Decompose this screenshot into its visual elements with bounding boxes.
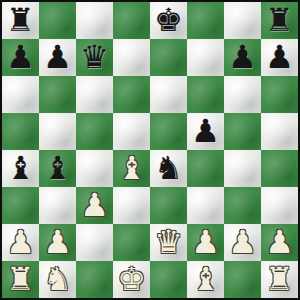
square-c7[interactable]: ♛ xyxy=(76,39,113,76)
square-e1[interactable] xyxy=(150,261,187,298)
square-d4[interactable]: ♝ xyxy=(113,150,150,187)
square-f2[interactable]: ♟ xyxy=(187,224,224,261)
square-h4[interactable] xyxy=(261,150,298,187)
black-rook[interactable]: ♜ xyxy=(265,4,294,36)
black-bishop[interactable]: ♝ xyxy=(6,152,35,184)
square-b4[interactable]: ♝ xyxy=(39,150,76,187)
square-c8[interactable] xyxy=(76,2,113,39)
black-bishop[interactable]: ♝ xyxy=(43,152,72,184)
square-h6[interactable] xyxy=(261,76,298,113)
square-a5[interactable] xyxy=(2,113,39,150)
square-d2[interactable] xyxy=(113,224,150,261)
black-queen[interactable]: ♛ xyxy=(80,41,109,73)
chess-board: ♜♚♜♟♟♛♟♟♟♝♝♝♞♟♟♟♛♟♟♟♜♞♚♝♜ xyxy=(0,0,300,300)
square-c1[interactable] xyxy=(76,261,113,298)
square-g5[interactable] xyxy=(224,113,261,150)
square-b6[interactable] xyxy=(39,76,76,113)
square-h5[interactable] xyxy=(261,113,298,150)
white-pawn[interactable]: ♟ xyxy=(228,226,257,258)
square-b1[interactable]: ♞ xyxy=(39,261,76,298)
black-pawn[interactable]: ♟ xyxy=(265,41,294,73)
white-bishop[interactable]: ♝ xyxy=(191,263,220,295)
square-g4[interactable] xyxy=(224,150,261,187)
square-f5[interactable]: ♟ xyxy=(187,113,224,150)
square-g2[interactable]: ♟ xyxy=(224,224,261,261)
black-pawn[interactable]: ♟ xyxy=(6,41,35,73)
white-queen[interactable]: ♛ xyxy=(154,226,183,258)
square-a4[interactable]: ♝ xyxy=(2,150,39,187)
black-king[interactable]: ♚ xyxy=(154,4,183,36)
square-g7[interactable]: ♟ xyxy=(224,39,261,76)
white-pawn[interactable]: ♟ xyxy=(80,189,109,221)
square-h8[interactable]: ♜ xyxy=(261,2,298,39)
square-b7[interactable]: ♟ xyxy=(39,39,76,76)
square-f4[interactable] xyxy=(187,150,224,187)
square-g6[interactable] xyxy=(224,76,261,113)
square-d5[interactable] xyxy=(113,113,150,150)
white-bishop[interactable]: ♝ xyxy=(117,152,146,184)
square-c2[interactable] xyxy=(76,224,113,261)
square-c5[interactable] xyxy=(76,113,113,150)
square-b8[interactable] xyxy=(39,2,76,39)
black-knight[interactable]: ♞ xyxy=(154,152,183,184)
square-d3[interactable] xyxy=(113,187,150,224)
black-pawn[interactable]: ♟ xyxy=(191,115,220,147)
square-d6[interactable] xyxy=(113,76,150,113)
square-h2[interactable]: ♟ xyxy=(261,224,298,261)
white-pawn[interactable]: ♟ xyxy=(191,226,220,258)
white-knight[interactable]: ♞ xyxy=(43,263,72,295)
square-a6[interactable] xyxy=(2,76,39,113)
square-a1[interactable]: ♜ xyxy=(2,261,39,298)
square-c3[interactable]: ♟ xyxy=(76,187,113,224)
square-a8[interactable]: ♜ xyxy=(2,2,39,39)
black-rook[interactable]: ♜ xyxy=(6,4,35,36)
black-pawn[interactable]: ♟ xyxy=(228,41,257,73)
square-e3[interactable] xyxy=(150,187,187,224)
square-f7[interactable] xyxy=(187,39,224,76)
square-f6[interactable] xyxy=(187,76,224,113)
square-g8[interactable] xyxy=(224,2,261,39)
square-e2[interactable]: ♛ xyxy=(150,224,187,261)
square-f8[interactable] xyxy=(187,2,224,39)
square-b2[interactable]: ♟ xyxy=(39,224,76,261)
white-pawn[interactable]: ♟ xyxy=(265,226,294,258)
white-rook[interactable]: ♜ xyxy=(265,263,294,295)
square-a7[interactable]: ♟ xyxy=(2,39,39,76)
square-b3[interactable] xyxy=(39,187,76,224)
square-d7[interactable] xyxy=(113,39,150,76)
square-g3[interactable] xyxy=(224,187,261,224)
square-d8[interactable] xyxy=(113,2,150,39)
black-pawn[interactable]: ♟ xyxy=(43,41,72,73)
white-king[interactable]: ♚ xyxy=(117,263,146,295)
square-e7[interactable] xyxy=(150,39,187,76)
square-h3[interactable] xyxy=(261,187,298,224)
square-e5[interactable] xyxy=(150,113,187,150)
square-g1[interactable] xyxy=(224,261,261,298)
square-f3[interactable] xyxy=(187,187,224,224)
white-pawn[interactable]: ♟ xyxy=(43,226,72,258)
square-d1[interactable]: ♚ xyxy=(113,261,150,298)
white-pawn[interactable]: ♟ xyxy=(6,226,35,258)
square-c4[interactable] xyxy=(76,150,113,187)
square-b5[interactable] xyxy=(39,113,76,150)
square-e8[interactable]: ♚ xyxy=(150,2,187,39)
square-h7[interactable]: ♟ xyxy=(261,39,298,76)
square-f1[interactable]: ♝ xyxy=(187,261,224,298)
square-a2[interactable]: ♟ xyxy=(2,224,39,261)
square-e4[interactable]: ♞ xyxy=(150,150,187,187)
square-a3[interactable] xyxy=(2,187,39,224)
square-c6[interactable] xyxy=(76,76,113,113)
square-h1[interactable]: ♜ xyxy=(261,261,298,298)
square-e6[interactable] xyxy=(150,76,187,113)
white-rook[interactable]: ♜ xyxy=(6,263,35,295)
